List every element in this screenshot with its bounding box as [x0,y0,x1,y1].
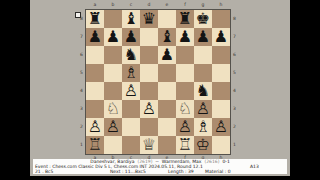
square-d6 [140,46,158,64]
square-e7: ♝ [158,28,176,46]
square-h6 [212,46,230,64]
square-f6 [176,46,194,64]
file-label-g: g [194,2,212,8]
file-label-h: h [212,2,230,8]
square-b2: ♙ [104,118,122,136]
square-a8: ♜ [86,10,104,28]
square-f5 [176,64,194,82]
square-b6 [104,46,122,64]
rank-labels-right: 87654321 [232,10,237,154]
square-h4 [212,82,230,100]
square-d1: ♕ [140,136,158,154]
square-e2 [158,118,176,136]
rank-label-6: 6 [79,46,84,64]
last-move: 21 . Bc5 [35,169,53,174]
rank-label-8: 8 [232,10,237,28]
rank-label-6: 6 [232,46,237,64]
game-info-caption: Daneshvar, Bardiya (2619) -- Warmerdam, … [33,159,287,174]
square-a2: ♙ [86,118,104,136]
square-e1 [158,136,176,154]
square-h1 [212,136,230,154]
square-f8: ♜ [176,10,194,28]
move-line: 21 . Bc5 Next : 11...Bxc5 Length : 39 Ma… [33,169,287,174]
square-c1 [122,136,140,154]
square-e5 [158,64,176,82]
square-f3: ♘ [176,100,194,118]
square-b7: ♟ [104,28,122,46]
square-c5: ♗ [122,64,140,82]
rank-label-7: 7 [232,28,237,46]
video-frame: abcdefgh 87654321 87654321 abcdefgh ♜♝♛♜… [0,0,320,180]
rank-label-3: 3 [232,100,237,118]
rank-label-1: 1 [232,136,237,154]
material-balance: Material : 0 [205,169,231,174]
square-d3: ♙ [140,100,158,118]
diagram-panel: abcdefgh 87654321 87654321 abcdefgh ♜♝♛♜… [30,0,290,176]
file-label-d: d [140,2,158,8]
file-label-b: b [104,2,122,8]
square-a7: ♟ [86,28,104,46]
rank-label-1: 1 [79,136,84,154]
square-g3: ♙ [194,100,212,118]
square-b3: ♘ [104,100,122,118]
next-move: Next : 11...Bxc5 [110,169,146,174]
square-c6: ♞ [122,46,140,64]
side-to-move-indicator [75,12,81,18]
square-g6 [194,46,212,64]
square-a5 [86,64,104,82]
square-c3 [122,100,140,118]
square-c7: ♟ [122,28,140,46]
square-g5 [194,64,212,82]
square-a6 [86,46,104,64]
square-h7: ♟ [212,28,230,46]
chess-board: ♜♝♛♜♚♟♟♟♝♟♟♟♞♟♗♙♞♘♙♘♙♙♙♙♗♙♖♕♖♔ [85,9,231,155]
square-e4 [158,82,176,100]
square-d7 [140,28,158,46]
square-a3 [86,100,104,118]
square-e6: ♟ [158,46,176,64]
rank-labels-left: 87654321 [79,10,84,154]
square-c8: ♝ [122,10,140,28]
square-c4: ♙ [122,82,140,100]
square-e3 [158,100,176,118]
square-g7: ♟ [194,28,212,46]
rank-label-2: 2 [232,118,237,136]
rank-label-5: 5 [79,64,84,82]
file-labels-top: abcdefgh [86,2,230,8]
square-h2: ♙ [212,118,230,136]
square-d8: ♛ [140,10,158,28]
square-f2: ♙ [176,118,194,136]
rank-label-2: 2 [79,118,84,136]
square-d2 [140,118,158,136]
square-b1 [104,136,122,154]
rank-label-5: 5 [232,64,237,82]
square-g2: ♗ [194,118,212,136]
square-a1: ♖ [86,136,104,154]
square-b5 [104,64,122,82]
file-label-f: f [176,2,194,8]
square-g8: ♚ [194,10,212,28]
square-f7: ♟ [176,28,194,46]
square-g4: ♞ [194,82,212,100]
square-d5 [140,64,158,82]
square-e8 [158,10,176,28]
file-label-a: a [86,2,104,8]
square-d4 [140,82,158,100]
rank-label-7: 7 [79,28,84,46]
rank-label-4: 4 [79,82,84,100]
square-c2 [122,118,140,136]
square-a4 [86,82,104,100]
game-length: Length : 39 [168,169,194,174]
square-f1: ♖ [176,136,194,154]
rank-label-3: 3 [79,100,84,118]
square-f4 [176,82,194,100]
square-h3 [212,100,230,118]
file-label-e: e [158,2,176,8]
file-label-c: c [122,2,140,8]
square-h5 [212,64,230,82]
square-b8 [104,10,122,28]
square-h8 [212,10,230,28]
square-g1: ♔ [194,136,212,154]
square-b4 [104,82,122,100]
rank-label-4: 4 [232,82,237,100]
